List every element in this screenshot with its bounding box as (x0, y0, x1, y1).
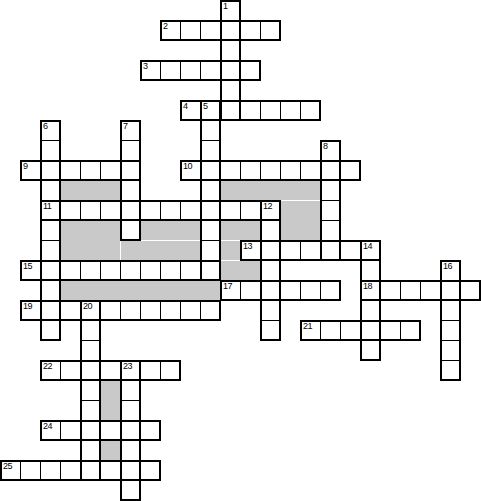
crossword-cell[interactable] (200, 200, 221, 221)
clue-number: 19 (23, 301, 32, 311)
crossword-cell[interactable] (60, 160, 81, 181)
clue-number: 3 (143, 61, 148, 71)
crossword-cell[interactable]: 13 (240, 240, 261, 261)
crossword-cell[interactable] (220, 40, 241, 61)
crossword-cell[interactable] (100, 260, 121, 281)
crossword-cell[interactable] (300, 160, 321, 181)
crossword-cell[interactable]: 2 (160, 20, 181, 41)
crossword-cell[interactable]: 1 (220, 0, 241, 21)
shaded-region (101, 441, 120, 460)
shaded-region (221, 221, 260, 240)
crossword-cell[interactable] (360, 260, 381, 281)
crossword-cell[interactable]: 10 (180, 160, 201, 181)
clue-number: 14 (363, 241, 372, 251)
crossword-cell[interactable] (200, 240, 221, 261)
crossword-cell[interactable] (120, 460, 141, 481)
crossword-cell[interactable] (160, 360, 181, 381)
crossword-cell[interactable] (180, 60, 201, 81)
crossword-cell[interactable] (280, 160, 301, 181)
clue-number: 13 (243, 241, 252, 251)
crossword-cell[interactable] (60, 420, 81, 441)
crossword-cell[interactable] (220, 20, 241, 41)
crossword-cell[interactable] (360, 300, 381, 321)
crossword-cell[interactable] (300, 240, 321, 261)
clue-number: 1 (223, 1, 228, 11)
clue-number: 16 (443, 261, 452, 271)
crossword-cell[interactable]: 16 (440, 260, 461, 281)
crossword-cell[interactable] (220, 60, 241, 81)
crossword-cell[interactable] (200, 260, 221, 281)
crossword-cell[interactable] (80, 440, 101, 461)
crossword-cell[interactable] (260, 320, 281, 341)
crossword-cell[interactable]: 23 (120, 360, 141, 381)
crossword-cell[interactable] (160, 200, 181, 221)
crossword-cell[interactable]: 15 (20, 260, 41, 281)
clue-number: 22 (43, 361, 52, 371)
crossword-cell[interactable] (120, 260, 141, 281)
crossword-cell[interactable] (40, 140, 61, 161)
crossword-cell[interactable]: 8 (320, 140, 341, 161)
crossword-cell[interactable]: 3 (140, 60, 161, 81)
crossword-cell[interactable] (320, 220, 341, 241)
crossword-cell[interactable] (120, 420, 141, 441)
crossword-cell[interactable] (260, 100, 281, 121)
clue-number: 15 (23, 261, 32, 271)
crossword-cell[interactable] (140, 420, 161, 441)
crossword-cell[interactable] (140, 200, 161, 221)
crossword-cell[interactable] (180, 20, 201, 41)
crossword-cell[interactable] (80, 460, 101, 481)
crossword-cell[interactable]: 6 (40, 120, 61, 141)
crossword-cell[interactable]: 25 (0, 460, 21, 481)
crossword-cell[interactable]: 17 (220, 280, 241, 301)
crossword-cell[interactable] (120, 140, 141, 161)
clue-number: 11 (43, 201, 51, 211)
shaded-region (61, 181, 120, 200)
crossword-cell[interactable] (440, 280, 461, 301)
clue-number: 2 (163, 21, 168, 31)
crossword-cell[interactable] (120, 220, 141, 241)
crossword-cell[interactable] (40, 220, 61, 241)
crossword-cell[interactable] (140, 260, 161, 281)
crossword-cell[interactable] (420, 280, 441, 301)
crossword-cell[interactable] (220, 200, 241, 221)
crossword-cell[interactable] (40, 460, 61, 481)
clue-number: 4 (183, 101, 188, 111)
crossword-cell[interactable] (440, 300, 461, 321)
crossword-cell[interactable] (320, 180, 341, 201)
crossword-cell[interactable] (140, 460, 161, 481)
shaded-region (221, 181, 320, 200)
clue-number: 25 (3, 461, 12, 471)
crossword-cell[interactable]: 19 (20, 300, 41, 321)
crossword-cell[interactable] (60, 460, 81, 481)
shaded-region (121, 241, 200, 260)
crossword-cell[interactable] (200, 220, 221, 241)
crossword-cell[interactable] (80, 360, 101, 381)
crossword-cell[interactable]: 4 (180, 100, 201, 121)
crossword-cell[interactable] (380, 280, 401, 301)
crossword-cell[interactable]: 14 (360, 240, 381, 261)
clue-number: 9 (23, 161, 28, 171)
shaded-region (101, 381, 120, 420)
clue-number: 18 (363, 281, 372, 291)
crossword-cell[interactable] (100, 460, 121, 481)
crossword-cell[interactable] (80, 380, 101, 401)
crossword-cell[interactable] (240, 280, 261, 301)
crossword-cell[interactable] (120, 400, 141, 421)
crossword-cell[interactable]: 11 (40, 200, 61, 221)
crossword-cell[interactable] (200, 20, 221, 41)
crossword-cell[interactable] (400, 320, 421, 341)
crossword-cell[interactable] (160, 260, 181, 281)
crossword-cell[interactable] (200, 160, 221, 181)
crossword-cell[interactable] (140, 360, 161, 381)
clue-number: 23 (123, 361, 132, 371)
crossword-cell[interactable] (220, 100, 241, 121)
crossword-cell[interactable] (140, 300, 161, 321)
crossword-cell[interactable]: 12 (260, 200, 281, 221)
crossword-cell[interactable] (40, 320, 61, 341)
crossword-cell[interactable] (240, 200, 261, 221)
crossword-cell[interactable]: 22 (40, 360, 61, 381)
clue-number: 12 (263, 201, 272, 211)
crossword-cell[interactable] (40, 160, 61, 181)
crossword-cell[interactable] (280, 240, 301, 261)
crossword-cell[interactable] (260, 300, 281, 321)
clue-number: 8 (323, 141, 328, 151)
crossword-cell[interactable] (80, 260, 101, 281)
crossword-cell[interactable] (320, 280, 341, 301)
clue-number: 24 (43, 421, 52, 431)
crossword-cell[interactable]: 18 (360, 280, 381, 301)
crossword-cell[interactable] (100, 360, 121, 381)
crossword-cell[interactable] (340, 240, 361, 261)
crossword-cell[interactable] (240, 60, 261, 81)
crossword-cell[interactable] (40, 180, 61, 201)
crossword-cell[interactable] (320, 320, 341, 341)
crossword-cell[interactable] (200, 140, 221, 161)
crossword-cell[interactable] (380, 320, 401, 341)
crossword-cell[interactable] (200, 180, 221, 201)
crossword-cell[interactable] (200, 300, 221, 321)
crossword-cell[interactable] (260, 240, 281, 261)
crossword-cell[interactable] (80, 200, 101, 221)
shaded-region (221, 261, 260, 280)
crossword-cell[interactable] (100, 160, 121, 181)
crossword-cell[interactable] (180, 260, 201, 281)
shaded-region (141, 221, 200, 240)
crossword-cell[interactable] (460, 280, 481, 301)
crossword-cell[interactable] (240, 20, 261, 41)
crossword-cell[interactable] (20, 460, 41, 481)
crossword-cell[interactable] (180, 200, 201, 221)
crossword-cell[interactable] (180, 300, 201, 321)
crossword-board: 2345910111213141517181920212223242516781… (0, 0, 481, 501)
crossword-cell[interactable] (120, 480, 141, 501)
crossword-cell[interactable] (60, 260, 81, 281)
crossword-cell[interactable] (40, 260, 61, 281)
crossword-cell[interactable] (200, 60, 221, 81)
crossword-cell[interactable] (320, 160, 341, 181)
crossword-cell[interactable] (60, 200, 81, 221)
crossword-cell[interactable] (120, 380, 141, 401)
clue-number: 6 (43, 121, 48, 131)
crossword-cell[interactable] (340, 160, 361, 181)
crossword-cell[interactable] (400, 280, 421, 301)
crossword-cell[interactable] (160, 60, 181, 81)
clue-number: 7 (123, 121, 128, 131)
crossword-cell[interactable] (260, 160, 281, 181)
crossword-cell[interactable]: 9 (20, 160, 41, 181)
shaded-region (281, 201, 320, 240)
crossword-cell[interactable] (260, 280, 281, 301)
crossword-cell[interactable] (160, 300, 181, 321)
crossword-cell[interactable] (80, 400, 101, 421)
clue-number: 21 (303, 321, 312, 331)
clue-number: 10 (183, 161, 192, 171)
crossword-cell[interactable] (260, 20, 281, 41)
crossword-cell[interactable] (80, 320, 101, 341)
crossword-cell[interactable] (220, 80, 241, 101)
crossword-cell[interactable] (320, 240, 341, 261)
crossword-cell[interactable] (40, 280, 61, 301)
crossword-cell[interactable]: 24 (40, 420, 61, 441)
crossword-cell[interactable] (440, 320, 461, 341)
shaded-region (221, 241, 240, 260)
clue-number: 20 (83, 301, 92, 311)
crossword-cell[interactable] (40, 240, 61, 261)
crossword-cell[interactable] (40, 300, 61, 321)
crossword-cell[interactable] (200, 120, 221, 141)
shaded-region (61, 221, 120, 260)
crossword-cell[interactable] (360, 340, 381, 361)
shaded-region (61, 281, 220, 300)
crossword-cell[interactable] (260, 260, 281, 281)
crossword-cell[interactable] (120, 200, 141, 221)
crossword-cell[interactable] (100, 300, 121, 321)
crossword-cell[interactable] (120, 160, 141, 181)
crossword-cell[interactable]: 21 (300, 320, 321, 341)
crossword-cell[interactable] (80, 420, 101, 441)
crossword-cell[interactable] (320, 200, 341, 221)
crossword-cell[interactable] (240, 160, 261, 181)
crossword-cell[interactable] (60, 360, 81, 381)
crossword-cell[interactable] (100, 420, 121, 441)
crossword-cell[interactable] (120, 440, 141, 461)
crossword-cell[interactable] (300, 100, 321, 121)
crossword-cell[interactable] (440, 340, 461, 361)
crossword-cell[interactable] (220, 160, 241, 181)
crossword-cell[interactable] (440, 360, 461, 381)
crossword-cell[interactable]: 7 (120, 120, 141, 141)
crossword-cell[interactable] (100, 200, 121, 221)
clue-number: 17 (223, 281, 232, 291)
crossword-cell[interactable] (280, 280, 301, 301)
crossword-cell[interactable]: 5 (200, 100, 221, 121)
crossword-cell[interactable] (80, 160, 101, 181)
crossword-cell[interactable] (80, 340, 101, 361)
crossword-cell[interactable] (60, 300, 81, 321)
crossword-cell[interactable] (300, 280, 321, 301)
clue-number: 5 (203, 101, 208, 111)
crossword-cell[interactable] (120, 300, 141, 321)
crossword-cell[interactable] (260, 220, 281, 241)
crossword-cell[interactable] (280, 100, 301, 121)
crossword-cell[interactable]: 20 (80, 300, 101, 321)
crossword-cell[interactable] (120, 180, 141, 201)
crossword-cell[interactable] (340, 320, 361, 341)
crossword-cell[interactable] (360, 320, 381, 341)
crossword-cell[interactable] (240, 100, 261, 121)
